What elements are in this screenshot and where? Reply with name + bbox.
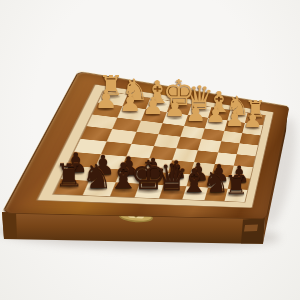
piece-white-pawn-e2[interactable]: ♟ <box>164 98 185 121</box>
piece-black-rook-h8[interactable]: ♜ <box>55 160 84 191</box>
piece-white-pawn-a2[interactable]: ♟ <box>243 110 262 131</box>
piece-white-pawn-g2[interactable]: ♟ <box>119 91 141 115</box>
piece-white-pawn-f2[interactable]: ♟ <box>142 94 164 118</box>
pieces-layer: ♜♞♝♛♚♝♞♜♟♟♟♟♟♟♟♟♟♟♟♟♟♟♟♟♜♞♝♛♚♝♞♜ <box>0 0 300 300</box>
chess-set-photo: ♜♞♝♛♚♝♞♜♟♟♟♟♟♟♟♟♟♟♟♟♟♟♟♟♜♞♝♛♚♝♞♜ <box>0 0 300 300</box>
piece-white-pawn-b2[interactable]: ♟ <box>225 107 245 129</box>
piece-white-pawn-c2[interactable]: ♟ <box>205 104 225 126</box>
piece-black-knight-g8[interactable]: ♞ <box>81 159 112 193</box>
piece-white-pawn-d2[interactable]: ♟ <box>185 101 206 124</box>
piece-white-pawn-h2[interactable]: ♟ <box>94 87 117 112</box>
